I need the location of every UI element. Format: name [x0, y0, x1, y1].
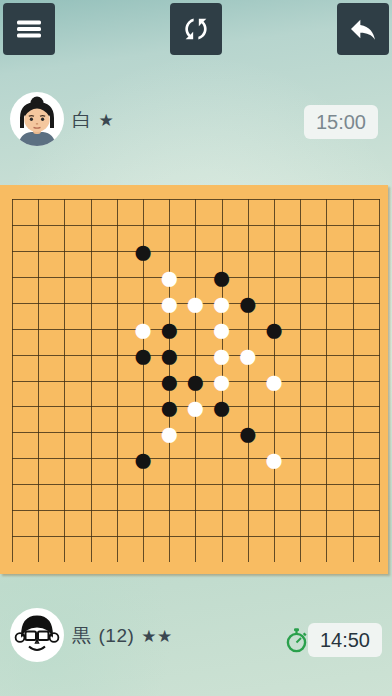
undo-button[interactable] — [337, 3, 389, 55]
undo-icon — [347, 13, 379, 45]
intersection[interactable] — [313, 316, 339, 342]
intersection[interactable] — [78, 186, 104, 212]
intersection[interactable] — [287, 367, 313, 393]
intersection[interactable] — [156, 549, 182, 575]
intersection[interactable] — [25, 471, 51, 497]
intersection[interactable] — [313, 471, 339, 497]
intersection[interactable] — [313, 342, 339, 368]
intersection[interactable] — [366, 290, 392, 316]
intersection[interactable] — [235, 212, 261, 238]
sync-icon — [180, 13, 212, 45]
intersection[interactable] — [130, 523, 156, 549]
intersection[interactable] — [51, 419, 77, 445]
intersection[interactable] — [51, 549, 77, 575]
intersection[interactable] — [339, 212, 365, 238]
intersection[interactable] — [0, 316, 25, 342]
intersection[interactable] — [287, 264, 313, 290]
refresh-button[interactable] — [170, 3, 222, 55]
intersection[interactable] — [287, 238, 313, 264]
intersection[interactable] — [287, 290, 313, 316]
intersection[interactable] — [51, 497, 77, 523]
intersection[interactable] — [130, 497, 156, 523]
intersection[interactable] — [182, 523, 208, 549]
intersection[interactable] — [209, 471, 235, 497]
intersection[interactable] — [339, 393, 365, 419]
intersection[interactable] — [261, 212, 287, 238]
intersection[interactable] — [182, 471, 208, 497]
intersection[interactable] — [182, 497, 208, 523]
intersection[interactable] — [78, 290, 104, 316]
intersection[interactable] — [287, 186, 313, 212]
stone-white[interactable]: ● — [182, 393, 208, 419]
intersection[interactable] — [209, 497, 235, 523]
black-timer: 14:50 — [308, 623, 382, 657]
intersection[interactable] — [78, 523, 104, 549]
intersection[interactable] — [130, 549, 156, 575]
intersection[interactable] — [366, 419, 392, 445]
intersection[interactable] — [78, 497, 104, 523]
intersection[interactable] — [104, 471, 130, 497]
stone-black[interactable]: ● — [130, 238, 156, 264]
intersection[interactable] — [51, 393, 77, 419]
intersection[interactable] — [366, 497, 392, 523]
intersection[interactable] — [104, 186, 130, 212]
intersection[interactable] — [156, 186, 182, 212]
intersection[interactable] — [366, 393, 392, 419]
intersection[interactable] — [78, 342, 104, 368]
intersection[interactable] — [313, 264, 339, 290]
intersection[interactable] — [287, 549, 313, 575]
intersection[interactable] — [0, 471, 25, 497]
intersection[interactable] — [25, 290, 51, 316]
intersection[interactable] — [339, 549, 365, 575]
app-screen: 白★ 15:00 ●●●●●●●●●●●●●●●●●●●●●●●●●● — [0, 0, 392, 696]
intersection[interactable] — [287, 471, 313, 497]
intersection[interactable] — [156, 445, 182, 471]
intersection[interactable] — [104, 549, 130, 575]
board-grid: ●●●●●●●●●●●●●●●●●●●●●●●●●● — [0, 186, 392, 575]
intersection[interactable] — [339, 186, 365, 212]
intersection[interactable] — [0, 290, 25, 316]
intersection[interactable] — [235, 497, 261, 523]
intersection[interactable] — [51, 186, 77, 212]
intersection[interactable] — [366, 445, 392, 471]
intersection[interactable] — [287, 497, 313, 523]
intersection[interactable] — [339, 445, 365, 471]
intersection[interactable] — [209, 212, 235, 238]
menu-icon — [14, 14, 44, 44]
intersection[interactable] — [287, 342, 313, 368]
intersection[interactable] — [25, 549, 51, 575]
intersection[interactable] — [313, 419, 339, 445]
intersection[interactable] — [25, 186, 51, 212]
intersection[interactable] — [339, 264, 365, 290]
intersection[interactable] — [366, 264, 392, 290]
intersection[interactable] — [313, 523, 339, 549]
intersection[interactable] — [339, 419, 365, 445]
intersection[interactable] — [25, 342, 51, 368]
intersection[interactable] — [51, 238, 77, 264]
intersection[interactable] — [51, 523, 77, 549]
intersection[interactable] — [51, 212, 77, 238]
intersection[interactable] — [209, 549, 235, 575]
stone-white[interactable]: ● — [235, 342, 261, 368]
stone-black[interactable]: ● — [130, 445, 156, 471]
intersection[interactable] — [209, 445, 235, 471]
gomoku-board: ●●●●●●●●●●●●●●●●●●●●●●●●●● — [0, 185, 388, 574]
intersection[interactable] — [156, 212, 182, 238]
intersection[interactable] — [130, 471, 156, 497]
black-player-count: (12) — [99, 625, 135, 647]
intersection[interactable] — [235, 549, 261, 575]
white-player-name: 白 — [72, 107, 92, 133]
intersection[interactable] — [366, 212, 392, 238]
intersection[interactable] — [51, 342, 77, 368]
intersection[interactable] — [235, 523, 261, 549]
intersection[interactable] — [0, 238, 25, 264]
intersection[interactable] — [104, 212, 130, 238]
intersection[interactable] — [51, 367, 77, 393]
intersection[interactable] — [339, 471, 365, 497]
intersection[interactable] — [261, 264, 287, 290]
intersection[interactable] — [0, 445, 25, 471]
intersection[interactable] — [25, 393, 51, 419]
intersection[interactable] — [25, 523, 51, 549]
intersection[interactable] — [261, 471, 287, 497]
intersection[interactable] — [339, 523, 365, 549]
intersection[interactable] — [51, 316, 77, 342]
intersection[interactable] — [78, 238, 104, 264]
intersection[interactable] — [209, 523, 235, 549]
intersection[interactable] — [261, 238, 287, 264]
intersection[interactable] — [182, 212, 208, 238]
intersection[interactable] — [182, 186, 208, 212]
intersection[interactable] — [156, 497, 182, 523]
intersection[interactable] — [104, 497, 130, 523]
intersection[interactable] — [104, 342, 130, 368]
intersection[interactable] — [0, 342, 25, 368]
intersection[interactable] — [78, 393, 104, 419]
intersection[interactable] — [287, 212, 313, 238]
intersection[interactable] — [182, 238, 208, 264]
white-player-stars: ★ — [99, 110, 115, 131]
intersection[interactable] — [339, 367, 365, 393]
intersection[interactable] — [104, 316, 130, 342]
intersection[interactable] — [261, 393, 287, 419]
intersection[interactable] — [0, 393, 25, 419]
intersection[interactable] — [25, 497, 51, 523]
intersection[interactable] — [366, 316, 392, 342]
intersection[interactable] — [287, 445, 313, 471]
intersection[interactable] — [104, 523, 130, 549]
intersection[interactable] — [339, 316, 365, 342]
intersection[interactable] — [235, 367, 261, 393]
intersection[interactable] — [130, 393, 156, 419]
intersection[interactable] — [51, 264, 77, 290]
white-timer: 15:00 — [304, 105, 378, 139]
intersection[interactable] — [182, 549, 208, 575]
intersection[interactable] — [261, 497, 287, 523]
intersection[interactable] — [313, 290, 339, 316]
intersection[interactable] — [287, 523, 313, 549]
intersection[interactable] — [78, 549, 104, 575]
intersection[interactable] — [261, 549, 287, 575]
intersection[interactable] — [339, 290, 365, 316]
intersection[interactable] — [130, 264, 156, 290]
intersection[interactable] — [0, 523, 25, 549]
intersection[interactable] — [209, 419, 235, 445]
intersection[interactable] — [25, 212, 51, 238]
intersection[interactable] — [366, 186, 392, 212]
intersection[interactable] — [209, 186, 235, 212]
stopwatch-icon — [283, 627, 310, 654]
intersection[interactable] — [313, 549, 339, 575]
stone-white[interactable]: ● — [261, 367, 287, 393]
intersection[interactable] — [156, 523, 182, 549]
white-player-avatar — [10, 92, 64, 146]
intersection[interactable] — [25, 367, 51, 393]
stone-black[interactable]: ● — [235, 419, 261, 445]
intersection[interactable] — [313, 445, 339, 471]
intersection[interactable] — [104, 290, 130, 316]
stone-white[interactable]: ● — [156, 419, 182, 445]
intersection[interactable] — [313, 393, 339, 419]
intersection[interactable] — [261, 186, 287, 212]
intersection[interactable] — [78, 419, 104, 445]
intersection[interactable] — [130, 186, 156, 212]
intersection[interactable] — [78, 316, 104, 342]
intersection[interactable] — [51, 445, 77, 471]
intersection[interactable] — [0, 367, 25, 393]
intersection[interactable] — [287, 393, 313, 419]
intersection[interactable] — [366, 523, 392, 549]
intersection[interactable] — [130, 367, 156, 393]
intersection[interactable] — [287, 419, 313, 445]
intersection[interactable] — [366, 238, 392, 264]
intersection[interactable] — [0, 264, 25, 290]
intersection[interactable] — [104, 367, 130, 393]
intersection[interactable] — [235, 238, 261, 264]
intersection[interactable] — [104, 238, 130, 264]
intersection[interactable] — [51, 471, 77, 497]
intersection[interactable] — [78, 445, 104, 471]
intersection[interactable] — [313, 497, 339, 523]
intersection[interactable] — [235, 186, 261, 212]
stone-black[interactable]: ● — [235, 290, 261, 316]
intersection[interactable] — [156, 471, 182, 497]
intersection[interactable] — [339, 342, 365, 368]
intersection[interactable] — [182, 445, 208, 471]
intersection[interactable] — [78, 212, 104, 238]
intersection[interactable] — [313, 186, 339, 212]
intersection[interactable] — [104, 264, 130, 290]
stone-black[interactable]: ● — [209, 393, 235, 419]
intersection[interactable] — [182, 316, 208, 342]
intersection[interactable] — [313, 238, 339, 264]
intersection[interactable] — [313, 367, 339, 393]
stone-black[interactable]: ● — [130, 342, 156, 368]
stone-white[interactable]: ● — [182, 290, 208, 316]
intersection[interactable] — [78, 264, 104, 290]
intersection[interactable] — [0, 497, 25, 523]
intersection[interactable] — [25, 419, 51, 445]
intersection[interactable] — [235, 445, 261, 471]
intersection[interactable] — [339, 238, 365, 264]
intersection[interactable] — [0, 212, 25, 238]
intersection[interactable] — [366, 342, 392, 368]
intersection[interactable] — [104, 445, 130, 471]
intersection[interactable] — [25, 264, 51, 290]
intersection[interactable] — [182, 419, 208, 445]
intersection[interactable] — [104, 393, 130, 419]
intersection[interactable] — [78, 471, 104, 497]
black-player-stars: ★★ — [141, 626, 172, 647]
intersection[interactable] — [366, 367, 392, 393]
intersection[interactable] — [0, 549, 25, 575]
intersection[interactable] — [25, 316, 51, 342]
intersection[interactable] — [366, 549, 392, 575]
intersection[interactable] — [25, 238, 51, 264]
intersection[interactable] — [261, 523, 287, 549]
intersection[interactable] — [366, 471, 392, 497]
intersection[interactable] — [0, 419, 25, 445]
black-player-name: 黒 — [72, 623, 92, 649]
intersection[interactable] — [287, 316, 313, 342]
intersection[interactable] — [0, 186, 25, 212]
white-player-row: 白★ — [72, 108, 114, 132]
intersection[interactable] — [339, 497, 365, 523]
intersection[interactable] — [25, 445, 51, 471]
black-player-avatar — [10, 608, 64, 662]
black-player-row: 黒(12)★★ — [72, 624, 173, 648]
stone-black[interactable]: ● — [261, 316, 287, 342]
intersection[interactable] — [104, 419, 130, 445]
intersection[interactable] — [78, 367, 104, 393]
menu-button[interactable] — [3, 3, 55, 55]
intersection[interactable] — [51, 290, 77, 316]
stone-white[interactable]: ● — [261, 445, 287, 471]
intersection[interactable] — [313, 212, 339, 238]
intersection[interactable] — [235, 471, 261, 497]
